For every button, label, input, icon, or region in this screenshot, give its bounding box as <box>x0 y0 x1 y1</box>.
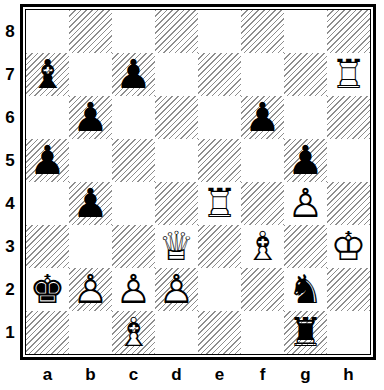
square-h5[interactable] <box>327 139 370 182</box>
piece-outline-layer: ♗ <box>245 223 281 269</box>
white-rook-piece[interactable]: ♜♖ <box>198 182 241 225</box>
square-c1[interactable]: ♝♗ <box>112 311 155 354</box>
square-d2[interactable]: ♟♙ <box>155 268 198 311</box>
square-c2[interactable]: ♟♙ <box>112 268 155 311</box>
square-a3[interactable] <box>26 225 69 268</box>
square-f1[interactable] <box>241 311 284 354</box>
square-c5[interactable] <box>112 139 155 182</box>
square-a1[interactable] <box>26 311 69 354</box>
rank-label-3: 3 <box>0 225 20 268</box>
square-b7[interactable] <box>69 53 112 96</box>
white-king-piece[interactable]: ♚♔ <box>327 225 370 268</box>
square-c4[interactable] <box>112 182 155 225</box>
white-pawn-piece[interactable]: ♟♙ <box>112 268 155 311</box>
square-h1[interactable] <box>327 311 370 354</box>
file-label-a: a <box>26 361 69 389</box>
square-g4[interactable]: ♟♙ <box>284 182 327 225</box>
rank-label-4: 4 <box>0 182 20 225</box>
square-b6[interactable]: ♟ <box>69 96 112 139</box>
square-e6[interactable] <box>198 96 241 139</box>
board-inner-border: ♝♟♜♖♟♟♟♟♟♜♖♟♙♛♕♝♗♚♔♚♟♙♟♙♟♙♞♝♗♜ <box>25 9 371 355</box>
square-a4[interactable] <box>26 182 69 225</box>
square-f2[interactable] <box>241 268 284 311</box>
white-queen-piece[interactable]: ♛♕ <box>155 225 198 268</box>
square-b1[interactable] <box>69 311 112 354</box>
square-b2[interactable]: ♟♙ <box>69 268 112 311</box>
black-pawn-piece[interactable]: ♟ <box>69 182 112 225</box>
white-pawn-piece[interactable]: ♟♙ <box>155 268 198 311</box>
square-a5[interactable]: ♟ <box>26 139 69 182</box>
piece-outline-layer: ♗ <box>116 309 152 355</box>
square-b3[interactable] <box>69 225 112 268</box>
white-pawn-piece[interactable]: ♟♙ <box>284 182 327 225</box>
square-a8[interactable] <box>26 10 69 53</box>
rank-label-5: 5 <box>0 139 20 182</box>
rank-labels: 87654321 <box>0 10 20 354</box>
square-f4[interactable] <box>241 182 284 225</box>
square-g7[interactable] <box>284 53 327 96</box>
square-b8[interactable] <box>69 10 112 53</box>
square-b5[interactable] <box>69 139 112 182</box>
square-g6[interactable] <box>284 96 327 139</box>
file-label-d: d <box>155 361 198 389</box>
square-d8[interactable] <box>155 10 198 53</box>
file-label-f: f <box>241 361 284 389</box>
square-h3[interactable]: ♚♔ <box>327 225 370 268</box>
black-pawn-piece[interactable]: ♟ <box>69 96 112 139</box>
rank-label-2: 2 <box>0 268 20 311</box>
square-f5[interactable] <box>241 139 284 182</box>
square-a6[interactable] <box>26 96 69 139</box>
black-pawn-piece[interactable]: ♟ <box>284 139 327 182</box>
square-f3[interactable]: ♝♗ <box>241 225 284 268</box>
file-label-c: c <box>112 361 155 389</box>
square-h6[interactable] <box>327 96 370 139</box>
piece-outline-layer: ♙ <box>288 180 324 226</box>
square-h4[interactable] <box>327 182 370 225</box>
square-g3[interactable] <box>284 225 327 268</box>
square-f6[interactable]: ♟ <box>241 96 284 139</box>
piece-outline-layer: ♙ <box>73 266 109 312</box>
square-g8[interactable] <box>284 10 327 53</box>
square-g1[interactable]: ♜ <box>284 311 327 354</box>
black-knight-piece[interactable]: ♞ <box>284 268 327 311</box>
board-frame: ♝♟♜♖♟♟♟♟♟♜♖♟♙♛♕♝♗♚♔♚♟♙♟♙♟♙♞♝♗♜ <box>20 4 376 360</box>
square-d6[interactable] <box>155 96 198 139</box>
piece-outline-layer: ♖ <box>202 180 238 226</box>
square-c7[interactable]: ♟ <box>112 53 155 96</box>
white-rook-piece[interactable]: ♜♖ <box>327 53 370 96</box>
square-c3[interactable] <box>112 225 155 268</box>
black-rook-piece[interactable]: ♜ <box>284 311 327 354</box>
piece-outline-layer: ♕ <box>159 223 195 269</box>
piece-outline-layer: ♙ <box>116 266 152 312</box>
square-d7[interactable] <box>155 53 198 96</box>
square-b4[interactable]: ♟ <box>69 182 112 225</box>
white-bishop-piece[interactable]: ♝♗ <box>112 311 155 354</box>
square-g2[interactable]: ♞ <box>284 268 327 311</box>
rank-label-7: 7 <box>0 53 20 96</box>
square-d4[interactable] <box>155 182 198 225</box>
square-e2[interactable] <box>198 268 241 311</box>
square-h7[interactable]: ♜♖ <box>327 53 370 96</box>
black-bishop-piece[interactable]: ♝ <box>26 53 69 96</box>
square-a2[interactable]: ♚ <box>26 268 69 311</box>
square-h2[interactable] <box>327 268 370 311</box>
black-king-piece[interactable]: ♚ <box>26 268 69 311</box>
square-c8[interactable] <box>112 10 155 53</box>
rank-label-1: 1 <box>0 311 20 354</box>
white-pawn-piece[interactable]: ♟♙ <box>69 268 112 311</box>
square-e3[interactable] <box>198 225 241 268</box>
black-pawn-piece[interactable]: ♟ <box>112 53 155 96</box>
square-d5[interactable] <box>155 139 198 182</box>
square-h8[interactable] <box>327 10 370 53</box>
square-c6[interactable] <box>112 96 155 139</box>
rank-label-8: 8 <box>0 10 20 53</box>
square-e1[interactable] <box>198 311 241 354</box>
file-label-e: e <box>198 361 241 389</box>
file-label-g: g <box>284 361 327 389</box>
square-g5[interactable]: ♟ <box>284 139 327 182</box>
rank-label-6: 6 <box>0 96 20 139</box>
white-bishop-piece[interactable]: ♝♗ <box>241 225 284 268</box>
black-pawn-piece[interactable]: ♟ <box>241 96 284 139</box>
square-e4[interactable]: ♜♖ <box>198 182 241 225</box>
square-f8[interactable] <box>241 10 284 53</box>
square-d3[interactable]: ♛♕ <box>155 225 198 268</box>
square-d1[interactable] <box>155 311 198 354</box>
piece-outline-layer: ♖ <box>331 51 367 97</box>
black-pawn-piece[interactable]: ♟ <box>26 139 69 182</box>
file-label-b: b <box>69 361 112 389</box>
square-e7[interactable] <box>198 53 241 96</box>
square-f7[interactable] <box>241 53 284 96</box>
file-labels: abcdefgh <box>26 361 370 389</box>
square-e8[interactable] <box>198 10 241 53</box>
square-a7[interactable]: ♝ <box>26 53 69 96</box>
chess-diagram: 87654321 ♝♟♜♖♟♟♟♟♟♜♖♟♙♛♕♝♗♚♔♚♟♙♟♙♟♙♞♝♗♜ … <box>0 0 384 390</box>
square-e5[interactable] <box>198 139 241 182</box>
chessboard: ♝♟♜♖♟♟♟♟♟♜♖♟♙♛♕♝♗♚♔♚♟♙♟♙♟♙♞♝♗♜ <box>26 10 370 354</box>
piece-outline-layer: ♙ <box>159 266 195 312</box>
file-label-h: h <box>327 361 370 389</box>
piece-outline-layer: ♔ <box>331 223 367 269</box>
